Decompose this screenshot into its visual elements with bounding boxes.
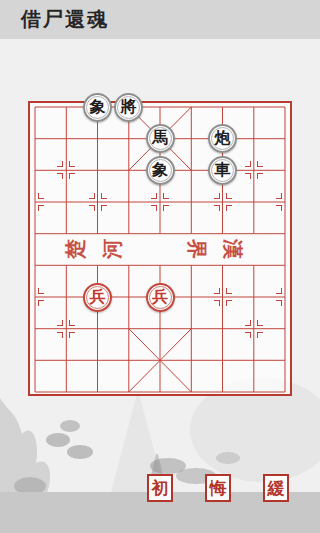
piece-象-black[interactable]: 象 xyxy=(83,93,112,122)
piece-label: 炮 xyxy=(215,128,231,149)
piece-象-black[interactable]: 象 xyxy=(146,156,175,185)
piece-將-black[interactable]: 將 xyxy=(114,93,143,122)
pieces-layer: 象將馬炮象車兵兵 xyxy=(0,80,320,410)
piece-label: 兵 xyxy=(90,287,106,308)
undo-button[interactable]: 悔 xyxy=(205,474,231,502)
piece-兵-red[interactable]: 兵 xyxy=(146,283,175,312)
piece-馬-black[interactable]: 馬 xyxy=(146,124,175,153)
piece-炮-black[interactable]: 炮 xyxy=(208,124,237,153)
piece-label: 兵 xyxy=(152,287,168,308)
screen: 借尸還魂 返 xyxy=(0,0,320,533)
piece-label: 馬 xyxy=(152,128,168,149)
piece-label: 象 xyxy=(152,160,168,181)
piece-label: 車 xyxy=(215,160,231,181)
piece-label: 將 xyxy=(121,97,137,118)
header-bar: 借尸還魂 xyxy=(0,0,320,39)
xiangqi-board[interactable]: 楚 河 界 漢 象將馬炮象車兵兵 xyxy=(0,80,320,410)
restart-button[interactable]: 初 xyxy=(147,474,173,502)
piece-兵-red[interactable]: 兵 xyxy=(83,283,112,312)
page-title: 借尸還魂 xyxy=(21,6,109,33)
piece-label: 象 xyxy=(90,97,106,118)
hint-button[interactable]: 緩 xyxy=(263,474,289,502)
piece-車-black[interactable]: 車 xyxy=(208,156,237,185)
